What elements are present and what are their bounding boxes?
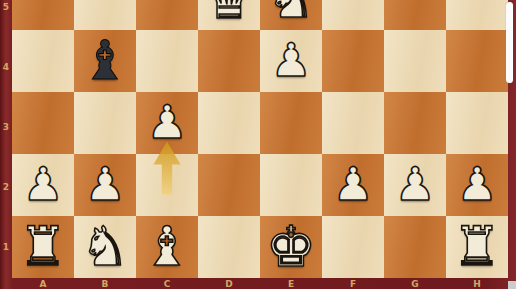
square-h3[interactable] (446, 92, 508, 154)
white-pawn-h2: ♟ (446, 154, 508, 215)
white-pawn-g2: ♟ (384, 154, 446, 215)
square-d5[interactable]: ♛ (198, 0, 260, 30)
square-d2[interactable] (198, 154, 260, 216)
rank-label-3: 3 (0, 122, 12, 132)
white-king-e1: ♚ (260, 216, 322, 277)
rank-label-4: 4 (0, 62, 12, 72)
square-h5[interactable] (446, 0, 508, 30)
square-g1[interactable] (384, 216, 446, 278)
white-rook-h1: ♜ (446, 216, 508, 277)
white-bishop-c1: ♝ (136, 216, 198, 277)
scrollbar-corner (508, 281, 516, 289)
square-a5[interactable] (12, 0, 74, 30)
file-label-b: B (74, 279, 136, 289)
square-e4[interactable]: ♟ (260, 30, 322, 92)
square-c1[interactable]: ♝ (136, 216, 198, 278)
square-f3[interactable] (322, 92, 384, 154)
square-f5[interactable] (322, 0, 384, 30)
rank-label-2: 2 (0, 182, 12, 192)
white-pawn-f2: ♟ (322, 154, 384, 215)
file-label-a: A (12, 279, 74, 289)
file-label-f: F (322, 279, 384, 289)
square-c3[interactable]: ♟ (136, 92, 198, 154)
square-b1[interactable]: ♞ (74, 216, 136, 278)
square-b5[interactable] (74, 0, 136, 30)
square-f1[interactable] (322, 216, 384, 278)
white-knight-b1: ♞ (74, 216, 136, 277)
white-pawn-b2: ♟ (74, 154, 136, 215)
square-g3[interactable] (384, 92, 446, 154)
white-pawn-a2: ♟ (12, 154, 74, 215)
white-knight-e5: ♞ (260, 0, 322, 29)
file-label-h: H (446, 279, 508, 289)
square-e2[interactable] (260, 154, 322, 216)
square-g4[interactable] (384, 30, 446, 92)
square-f2[interactable]: ♟ (322, 154, 384, 216)
white-pawn-c3: ♟ (136, 92, 198, 153)
scrollbar-thumb[interactable] (506, 2, 513, 83)
square-d1[interactable] (198, 216, 260, 278)
file-label-e: E (260, 279, 322, 289)
square-e5[interactable]: ♞ (260, 0, 322, 30)
square-d3[interactable] (198, 92, 260, 154)
square-g5[interactable] (384, 0, 446, 30)
square-a2[interactable]: ♟ (12, 154, 74, 216)
square-b4[interactable]: ♝ (74, 30, 136, 92)
square-a4[interactable] (12, 30, 74, 92)
black-bishop-b4: ♝ (74, 30, 136, 91)
square-c4[interactable] (136, 30, 198, 92)
file-label-c: C (136, 279, 198, 289)
file-label-d: D (198, 279, 260, 289)
rank-label-1: 1 (0, 242, 12, 252)
square-c2[interactable] (136, 154, 198, 216)
chess-board-screenshot: ♛♞♝♟♟♟♟♟♟♟♜♞♝♚♜ 5 4 3 2 1 A B C D E F G … (0, 0, 516, 289)
square-h2[interactable]: ♟ (446, 154, 508, 216)
square-a3[interactable] (12, 92, 74, 154)
square-e3[interactable] (260, 92, 322, 154)
board-grid: ♛♞♝♟♟♟♟♟♟♟♜♞♝♚♜ (12, 0, 508, 278)
square-f4[interactable] (322, 30, 384, 92)
square-e1[interactable]: ♚ (260, 216, 322, 278)
board-area: ♛♞♝♟♟♟♟♟♟♟♜♞♝♚♜ (12, 0, 508, 278)
square-d4[interactable] (198, 30, 260, 92)
square-h4[interactable] (446, 30, 508, 92)
square-g2[interactable]: ♟ (384, 154, 446, 216)
square-b3[interactable] (74, 92, 136, 154)
file-label-g: G (384, 279, 446, 289)
square-a1[interactable]: ♜ (12, 216, 74, 278)
rank-label-5: 5 (0, 2, 12, 12)
white-rook-a1: ♜ (12, 216, 74, 277)
square-b2[interactable]: ♟ (74, 154, 136, 216)
square-c5[interactable] (136, 0, 198, 30)
white-queen-d5: ♛ (198, 0, 260, 29)
square-h1[interactable]: ♜ (446, 216, 508, 278)
white-pawn-e4: ♟ (260, 30, 322, 91)
